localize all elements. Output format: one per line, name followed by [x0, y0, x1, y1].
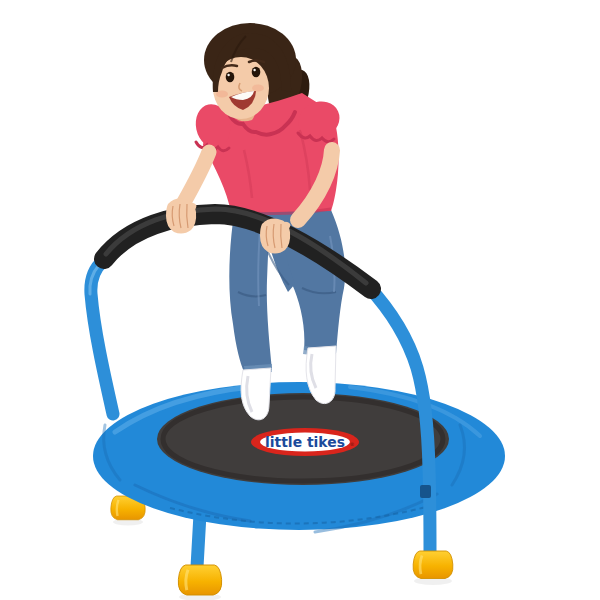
brand-logo: little tikes ® [251, 428, 359, 456]
logo-registered-mark: ® [350, 441, 355, 447]
trampoline-mat: little tikes ® [157, 393, 449, 485]
cheek-blush [216, 90, 228, 97]
frame-clamp [420, 485, 431, 498]
logo-text: little tikes [265, 434, 345, 450]
trampoline-foot-right [413, 551, 453, 579]
hand-right [260, 219, 290, 254]
cheek-blush [252, 84, 264, 91]
eye-right [252, 67, 261, 77]
eye-glint [253, 69, 255, 71]
eye-glint [227, 74, 229, 76]
product-photo: little tikes ® [0, 0, 600, 600]
eye-left [226, 72, 235, 82]
product-photo-canvas: little tikes ® [0, 0, 600, 600]
hand-left [166, 199, 196, 234]
trampoline-leg-front [197, 514, 200, 567]
trampoline-foot-front [178, 565, 221, 595]
